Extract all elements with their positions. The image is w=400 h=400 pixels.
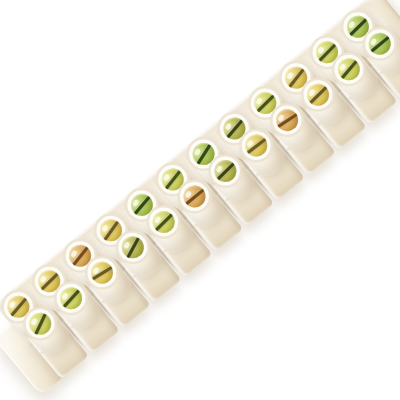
screw-head-front [241,130,272,161]
terminal-strip [0,0,400,389]
screw-head-front [210,156,241,187]
screw-head-front [25,308,56,339]
screw-head-front [86,257,117,288]
screw-head-front [148,206,179,237]
screw-head-front [56,283,87,314]
screw-head-front [179,181,210,212]
screw-head-front [302,79,333,110]
screw-head-front [333,54,364,85]
screw-head-front [272,105,303,136]
screw-head-front [117,232,148,263]
product-photo-canvas [0,0,400,400]
screw-head-front [364,28,395,59]
terminal-strip-segments [0,0,400,386]
